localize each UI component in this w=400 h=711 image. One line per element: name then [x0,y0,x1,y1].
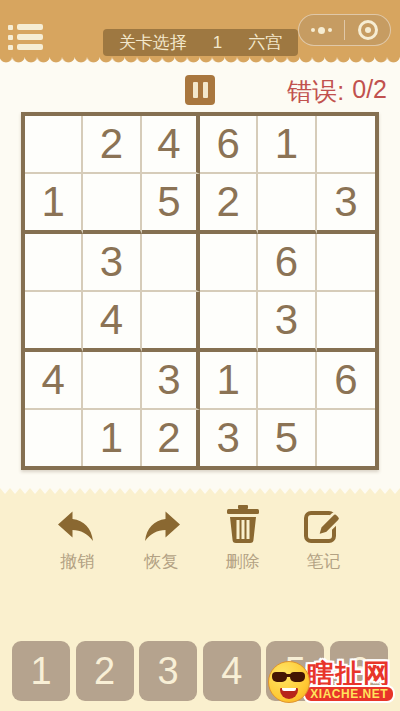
menu-line [8,44,44,50]
cell-r5c4[interactable]: 1 [200,352,258,410]
cell-r1c6[interactable] [317,116,375,174]
cell-r4c2[interactable]: 4 [83,292,141,352]
watermark-url: XIACHE.NET [303,685,395,703]
cell-r3c3[interactable] [142,234,200,292]
cell-r2c5[interactable] [258,174,316,234]
status-row: 错误: 0/2 [0,65,400,105]
note-button[interactable]: 笔记 [304,503,343,573]
sudoku-app: 关卡选择 1 六宫 错误: 0/2 24611523364343161235 [0,0,400,711]
sudoku-board: 24611523364343161235 [21,112,379,470]
cell-r3c5[interactable]: 6 [258,234,316,292]
cell-r2c1[interactable]: 1 [25,174,83,234]
cell-r1c4[interactable]: 6 [200,116,258,174]
delete-label: 删除 [226,550,260,573]
redo-icon [141,503,181,543]
cell-r3c2[interactable]: 3 [83,234,141,292]
undo-icon [57,503,97,543]
toolbar: 撤销 恢复 删除 [0,494,400,573]
cell-r5c2[interactable] [83,352,141,410]
cell-r1c5[interactable]: 1 [258,116,316,174]
cell-r5c3[interactable]: 3 [142,352,200,410]
wechat-capsule [298,14,391,46]
error-value: 0/2 [352,75,387,108]
cell-r2c4[interactable]: 2 [200,174,258,234]
cell-r5c1[interactable]: 4 [25,352,83,410]
site-watermark: 瞎扯网 XIACHE.NET [268,661,395,703]
cell-r1c2[interactable]: 2 [83,116,141,174]
game-area: 错误: 0/2 24611523364343161235 [0,65,400,488]
cell-r5c6[interactable]: 6 [317,352,375,410]
emoji-sunglasses-icon [268,661,310,703]
pause-button[interactable] [185,75,215,105]
more-dots-icon[interactable] [299,15,344,45]
undo-label: 撤销 [60,550,94,573]
menu-list-icon[interactable] [8,24,44,54]
delete-button[interactable]: 删除 [226,503,260,573]
note-label: 笔记 [306,550,340,573]
redo-label: 恢复 [144,550,178,573]
title-mode: 六宫 [248,31,282,54]
cell-r4c4[interactable] [200,292,258,352]
error-counter: 错误: 0/2 [287,75,387,108]
cell-r4c5[interactable]: 3 [258,292,316,352]
undo-button[interactable]: 撤销 [57,503,97,573]
cell-r6c5[interactable]: 5 [258,410,316,466]
error-label: 错误: [287,75,344,108]
cell-r6c4[interactable]: 3 [200,410,258,466]
cell-r3c1[interactable] [25,234,83,292]
top-bar: 关卡选择 1 六宫 [0,0,400,57]
cell-r4c1[interactable] [25,292,83,352]
cell-r2c2[interactable] [83,174,141,234]
cell-r6c3[interactable]: 2 [142,410,200,466]
cell-r6c6[interactable] [317,410,375,466]
redo-button[interactable]: 恢复 [141,503,181,573]
cell-r2c6[interactable]: 3 [317,174,375,234]
bottom-area: 撤销 恢复 删除 [0,494,400,711]
title-level: 1 [213,33,222,53]
level-select-title[interactable]: 关卡选择 1 六宫 [103,29,298,56]
watermark-name: 瞎扯网 [307,661,391,687]
numpad-button-4[interactable]: 4 [203,641,261,701]
cell-r6c2[interactable]: 1 [83,410,141,466]
close-circle-icon[interactable] [345,15,390,45]
cell-r2c3[interactable]: 5 [142,174,200,234]
menu-line [8,24,44,30]
note-edit-icon [304,503,343,543]
cell-r4c6[interactable] [317,292,375,352]
scalloped-edge [0,57,400,65]
numpad-button-1[interactable]: 1 [12,641,70,701]
menu-line [8,34,44,40]
trash-icon [226,503,260,543]
cell-r6c1[interactable] [25,410,83,466]
cell-r3c4[interactable] [200,234,258,292]
cell-r5c5[interactable] [258,352,316,410]
numpad-button-3[interactable]: 3 [139,641,197,701]
cell-r1c1[interactable] [25,116,83,174]
cell-r4c3[interactable] [142,292,200,352]
numpad-button-2[interactable]: 2 [76,641,134,701]
title-label: 关卡选择 [119,31,187,54]
cell-r1c3[interactable]: 4 [142,116,200,174]
cell-r3c6[interactable] [317,234,375,292]
